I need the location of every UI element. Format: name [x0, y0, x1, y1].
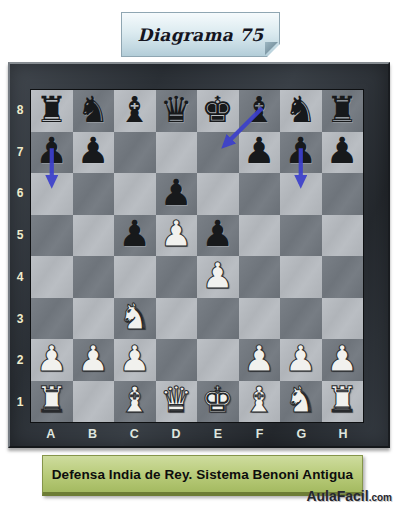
- square-a4[interactable]: [31, 256, 73, 298]
- rank-label-8: 8: [10, 89, 30, 131]
- square-c6[interactable]: [114, 173, 156, 215]
- square-a7[interactable]: ♟: [31, 132, 73, 174]
- white-queen-d1[interactable]: ♛: [160, 382, 192, 418]
- white-rook-a1[interactable]: ♜: [36, 382, 68, 418]
- square-b2[interactable]: ♟: [73, 339, 115, 381]
- black-knight-g8[interactable]: ♞: [285, 92, 317, 128]
- square-a8[interactable]: ♜: [31, 90, 73, 132]
- square-b3[interactable]: [73, 298, 115, 340]
- square-g4[interactable]: [280, 256, 322, 298]
- square-h1[interactable]: ♜: [322, 381, 364, 423]
- square-f3[interactable]: [239, 298, 281, 340]
- white-pawn-h2[interactable]: ♟: [326, 341, 358, 377]
- black-queen-d8[interactable]: ♛: [160, 92, 192, 128]
- white-pawn-g2[interactable]: ♟: [285, 341, 317, 377]
- rank-label-2: 2: [10, 340, 30, 382]
- chess-board[interactable]: ♜♞♝♛♚♝♞♜♟♟♟♟♟♟♟♟♟♟♞♟♟♟♟♟♟♜♝♛♚♝♞♜: [30, 89, 364, 423]
- rank-label-3: 3: [10, 298, 30, 340]
- square-g8[interactable]: ♞: [280, 90, 322, 132]
- black-bishop-f8[interactable]: ♝: [243, 92, 275, 128]
- white-pawn-d5[interactable]: ♟: [160, 216, 192, 252]
- square-a1[interactable]: ♜: [31, 381, 73, 423]
- opening-name: Defensa India de Rey. Sistema Benoni Ant…: [52, 467, 353, 482]
- black-pawn-d6[interactable]: ♟: [160, 175, 192, 211]
- square-g7[interactable]: ♟: [280, 132, 322, 174]
- black-pawn-b7[interactable]: ♟: [77, 133, 109, 169]
- square-d8[interactable]: ♛: [156, 90, 198, 132]
- white-knight-c3[interactable]: ♞: [119, 299, 151, 335]
- square-a2[interactable]: ♟: [31, 339, 73, 381]
- rank-labels: 87654321: [10, 89, 30, 423]
- white-rook-h1[interactable]: ♜: [326, 382, 358, 418]
- square-c3[interactable]: ♞: [114, 298, 156, 340]
- square-g3[interactable]: [280, 298, 322, 340]
- square-c4[interactable]: [114, 256, 156, 298]
- square-b6[interactable]: [73, 173, 115, 215]
- white-king-e1[interactable]: ♚: [202, 382, 234, 418]
- file-labels: ABCDEFGH: [30, 423, 364, 445]
- square-h3[interactable]: [322, 298, 364, 340]
- chess-board-frame: 87654321 ♜♞♝♛♚♝♞♜♟♟♟♟♟♟♟♟♟♟♞♟♟♟♟♟♟♜♝♛♚♝♞…: [8, 62, 390, 448]
- white-pawn-c2[interactable]: ♟: [119, 341, 151, 377]
- file-label-f: F: [239, 423, 281, 445]
- file-label-g: G: [281, 423, 323, 445]
- square-d4[interactable]: [156, 256, 198, 298]
- square-g2[interactable]: ♟: [280, 339, 322, 381]
- page: Diagrama 75 87654321 ♜♞♝♛♚♝♞♜♟♟♟♟♟♟♟♟♟♟♞…: [0, 0, 396, 509]
- white-pawn-b2[interactable]: ♟: [77, 341, 109, 377]
- file-label-a: A: [30, 423, 72, 445]
- square-e7[interactable]: [197, 132, 239, 174]
- square-f5[interactable]: [239, 215, 281, 257]
- black-pawn-g7[interactable]: ♟: [285, 133, 317, 169]
- square-a5[interactable]: [31, 215, 73, 257]
- rank-label-4: 4: [10, 256, 30, 298]
- square-c2[interactable]: ♟: [114, 339, 156, 381]
- square-e8[interactable]: ♚: [197, 90, 239, 132]
- title-banner: Diagrama 75: [121, 12, 280, 57]
- square-b8[interactable]: ♞: [73, 90, 115, 132]
- black-rook-a8[interactable]: ♜: [36, 92, 68, 128]
- watermark-tld: .com: [369, 492, 392, 503]
- square-f2[interactable]: ♟: [239, 339, 281, 381]
- black-pawn-c5[interactable]: ♟: [119, 216, 151, 252]
- board-squares: ♜♞♝♛♚♝♞♜♟♟♟♟♟♟♟♟♟♟♞♟♟♟♟♟♟♜♝♛♚♝♞♜: [31, 90, 363, 422]
- square-e6[interactable]: [197, 173, 239, 215]
- square-d2[interactable]: [156, 339, 198, 381]
- file-label-e: E: [197, 423, 239, 445]
- square-f4[interactable]: [239, 256, 281, 298]
- file-label-h: H: [322, 423, 364, 445]
- square-d6[interactable]: ♟: [156, 173, 198, 215]
- square-f6[interactable]: [239, 173, 281, 215]
- square-h7[interactable]: ♟: [322, 132, 364, 174]
- square-e1[interactable]: ♚: [197, 381, 239, 423]
- rank-label-7: 7: [10, 131, 30, 173]
- black-pawn-f7[interactable]: ♟: [243, 133, 275, 169]
- square-c5[interactable]: ♟: [114, 215, 156, 257]
- file-label-d: D: [155, 423, 197, 445]
- black-bishop-c8[interactable]: ♝: [119, 92, 151, 128]
- square-h8[interactable]: ♜: [322, 90, 364, 132]
- square-c8[interactable]: ♝: [114, 90, 156, 132]
- white-pawn-e4[interactable]: ♟: [202, 258, 234, 294]
- square-c1[interactable]: ♝: [114, 381, 156, 423]
- square-g6[interactable]: [280, 173, 322, 215]
- watermark-brand: AulaFacil: [306, 488, 368, 504]
- white-pawn-f2[interactable]: ♟: [243, 341, 275, 377]
- diagram-title: Diagrama 75: [138, 25, 264, 45]
- square-f1[interactable]: ♝: [239, 381, 281, 423]
- square-d5[interactable]: ♟: [156, 215, 198, 257]
- black-knight-b8[interactable]: ♞: [77, 92, 109, 128]
- square-c7[interactable]: [114, 132, 156, 174]
- square-f8[interactable]: ♝: [239, 90, 281, 132]
- square-b7[interactable]: ♟: [73, 132, 115, 174]
- square-h4[interactable]: [322, 256, 364, 298]
- square-d3[interactable]: [156, 298, 198, 340]
- square-f7[interactable]: ♟: [239, 132, 281, 174]
- square-a6[interactable]: [31, 173, 73, 215]
- black-pawn-a7[interactable]: ♟: [36, 133, 68, 169]
- square-e3[interactable]: [197, 298, 239, 340]
- white-bishop-c1[interactable]: ♝: [119, 382, 151, 418]
- square-e2[interactable]: [197, 339, 239, 381]
- file-label-c: C: [114, 423, 156, 445]
- black-rook-h8[interactable]: ♜: [326, 92, 358, 128]
- square-e4[interactable]: ♟: [197, 256, 239, 298]
- square-b5[interactable]: [73, 215, 115, 257]
- rank-label-5: 5: [10, 214, 30, 256]
- white-bishop-f1[interactable]: ♝: [243, 382, 275, 418]
- black-king-e8[interactable]: ♚: [202, 92, 234, 128]
- black-pawn-e5[interactable]: ♟: [202, 216, 234, 252]
- file-label-b: B: [72, 423, 114, 445]
- square-d1[interactable]: ♛: [156, 381, 198, 423]
- site-watermark: AulaFacil .com: [306, 488, 392, 504]
- square-a3[interactable]: [31, 298, 73, 340]
- white-knight-g1[interactable]: ♞: [285, 382, 317, 418]
- square-g5[interactable]: [280, 215, 322, 257]
- square-h5[interactable]: [322, 215, 364, 257]
- square-b4[interactable]: [73, 256, 115, 298]
- square-b1[interactable]: [73, 381, 115, 423]
- square-g1[interactable]: ♞: [280, 381, 322, 423]
- rank-label-6: 6: [10, 173, 30, 215]
- square-e5[interactable]: ♟: [197, 215, 239, 257]
- rank-label-1: 1: [10, 381, 30, 423]
- square-d7[interactable]: [156, 132, 198, 174]
- square-h2[interactable]: ♟: [322, 339, 364, 381]
- white-pawn-a2[interactable]: ♟: [36, 341, 68, 377]
- square-h6[interactable]: [322, 173, 364, 215]
- black-pawn-h7[interactable]: ♟: [326, 133, 358, 169]
